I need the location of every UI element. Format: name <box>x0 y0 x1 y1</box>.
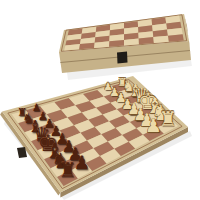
box-clasp-latch <box>117 52 128 64</box>
chess-set-product-photo: ♜♟♞♟♝♟♛♟♚♟♝♟♜♟♞♟♞♜♟♟♝♟♟♛♟♚♟♝♟♞♟♜ <box>0 0 200 200</box>
scene-graphic <box>0 0 200 200</box>
